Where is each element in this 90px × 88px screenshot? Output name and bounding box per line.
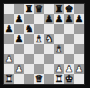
piece-black-pawn: ♟ bbox=[15, 14, 24, 24]
square-h1[interactable] bbox=[74, 74, 84, 84]
piece-black-rook: ♜ bbox=[55, 4, 64, 14]
square-f2[interactable]: ♟ bbox=[54, 64, 64, 74]
square-d5[interactable]: ♝ bbox=[34, 34, 44, 44]
square-h8[interactable] bbox=[74, 4, 84, 14]
chess-board-frame: ♜♛♜♚♟♟♟♟♟♟♞♟♝♞♝♟♟♟♟♟♜♛♜♚ bbox=[0, 0, 90, 88]
piece-black-pawn: ♟ bbox=[75, 14, 84, 24]
square-a1[interactable]: ♜ bbox=[4, 74, 14, 84]
square-e3[interactable] bbox=[44, 54, 54, 64]
square-g1[interactable]: ♚ bbox=[64, 74, 74, 84]
square-a3[interactable]: ♟ bbox=[4, 54, 14, 64]
square-a8[interactable] bbox=[4, 4, 14, 14]
square-a2[interactable] bbox=[4, 64, 14, 74]
square-h6[interactable] bbox=[74, 24, 84, 34]
square-c4[interactable] bbox=[24, 44, 34, 54]
piece-black-pawn: ♟ bbox=[15, 34, 24, 44]
square-a4[interactable] bbox=[4, 44, 14, 54]
square-e7[interactable]: ♟ bbox=[44, 14, 54, 24]
piece-white-bishop: ♝ bbox=[55, 44, 64, 54]
square-f4[interactable]: ♝ bbox=[54, 44, 64, 54]
piece-black-queen: ♛ bbox=[35, 4, 44, 14]
square-g7[interactable]: ♟ bbox=[64, 14, 74, 24]
piece-black-pawn: ♟ bbox=[45, 14, 54, 24]
square-h2[interactable]: ♟ bbox=[74, 64, 84, 74]
square-g8[interactable]: ♚ bbox=[64, 4, 74, 14]
square-c5[interactable] bbox=[24, 34, 34, 44]
square-h5[interactable] bbox=[74, 34, 84, 44]
square-f6[interactable] bbox=[54, 24, 64, 34]
piece-white-pawn: ♟ bbox=[55, 64, 64, 74]
piece-white-pawn: ♟ bbox=[75, 64, 84, 74]
square-e4[interactable] bbox=[44, 44, 54, 54]
piece-white-king: ♚ bbox=[65, 74, 74, 84]
piece-black-knight: ♞ bbox=[25, 24, 34, 34]
square-h3[interactable] bbox=[74, 54, 84, 64]
square-e8[interactable] bbox=[44, 4, 54, 14]
square-e2[interactable] bbox=[44, 64, 54, 74]
piece-black-rook: ♜ bbox=[25, 4, 34, 14]
square-d4[interactable] bbox=[34, 44, 44, 54]
square-h7[interactable]: ♟ bbox=[74, 14, 84, 24]
square-f7[interactable]: ♟ bbox=[54, 14, 64, 24]
square-d3[interactable] bbox=[34, 54, 44, 64]
chess-board: ♜♛♜♚♟♟♟♟♟♟♞♟♝♞♝♟♟♟♟♟♜♛♜♚ bbox=[3, 3, 85, 85]
piece-white-pawn: ♟ bbox=[15, 64, 24, 74]
square-e6[interactable] bbox=[44, 24, 54, 34]
square-d2[interactable] bbox=[34, 64, 44, 74]
piece-black-pawn: ♟ bbox=[55, 14, 64, 24]
square-c2[interactable] bbox=[24, 64, 34, 74]
square-c1[interactable] bbox=[24, 74, 34, 84]
piece-white-rook: ♜ bbox=[5, 74, 14, 84]
square-d8[interactable]: ♛ bbox=[34, 4, 44, 14]
square-g6[interactable] bbox=[64, 24, 74, 34]
piece-white-rook: ♜ bbox=[55, 74, 64, 84]
square-g2[interactable]: ♟ bbox=[64, 64, 74, 74]
square-e5[interactable]: ♞ bbox=[44, 34, 54, 44]
square-a5[interactable] bbox=[4, 34, 14, 44]
square-a7[interactable] bbox=[4, 14, 14, 24]
piece-black-pawn: ♟ bbox=[5, 24, 14, 34]
piece-white-pawn: ♟ bbox=[65, 64, 74, 74]
square-b1[interactable] bbox=[14, 74, 24, 84]
piece-white-knight: ♞ bbox=[45, 34, 54, 44]
square-a6[interactable]: ♟ bbox=[4, 24, 14, 34]
square-c7[interactable] bbox=[24, 14, 34, 24]
square-d6[interactable] bbox=[34, 24, 44, 34]
piece-white-bishop: ♝ bbox=[35, 34, 44, 44]
piece-white-queen: ♛ bbox=[35, 74, 44, 84]
square-b3[interactable] bbox=[14, 54, 24, 64]
square-e1[interactable] bbox=[44, 74, 54, 84]
square-c3[interactable] bbox=[24, 54, 34, 64]
square-b2[interactable]: ♟ bbox=[14, 64, 24, 74]
square-g4[interactable] bbox=[64, 44, 74, 54]
square-d1[interactable]: ♛ bbox=[34, 74, 44, 84]
square-h4[interactable] bbox=[74, 44, 84, 54]
square-b7[interactable]: ♟ bbox=[14, 14, 24, 24]
square-f8[interactable]: ♜ bbox=[54, 4, 64, 14]
square-d7[interactable] bbox=[34, 14, 44, 24]
square-f5[interactable] bbox=[54, 34, 64, 44]
square-b6[interactable] bbox=[14, 24, 24, 34]
square-b5[interactable]: ♟ bbox=[14, 34, 24, 44]
piece-black-king: ♚ bbox=[65, 4, 74, 14]
square-g5[interactable] bbox=[64, 34, 74, 44]
square-b8[interactable] bbox=[14, 4, 24, 14]
square-b4[interactable] bbox=[14, 44, 24, 54]
square-f1[interactable]: ♜ bbox=[54, 74, 64, 84]
piece-black-pawn: ♟ bbox=[65, 14, 74, 24]
square-c8[interactable]: ♜ bbox=[24, 4, 34, 14]
piece-white-pawn: ♟ bbox=[5, 54, 14, 64]
square-c6[interactable]: ♞ bbox=[24, 24, 34, 34]
square-g3[interactable] bbox=[64, 54, 74, 64]
square-f3[interactable] bbox=[54, 54, 64, 64]
